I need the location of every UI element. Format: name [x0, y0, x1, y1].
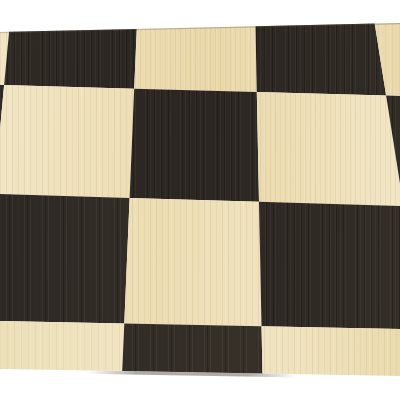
chessboard: [0, 0, 400, 400]
photo-canvas: [0, 0, 400, 400]
